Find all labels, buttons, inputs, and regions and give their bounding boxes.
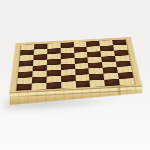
square-h1 (119, 78, 135, 85)
square-f1 (90, 80, 105, 87)
square-c1 (46, 82, 61, 89)
square-b1 (31, 83, 46, 90)
board-grid (15, 39, 136, 91)
box-clasp-mark (118, 87, 120, 96)
square-d1 (61, 81, 76, 88)
square-g1 (104, 79, 120, 86)
photo-background (0, 0, 150, 150)
board-top-surface (10, 37, 142, 94)
chessboard (0, 0, 150, 150)
square-a1 (16, 84, 31, 91)
board-perspective-scene (10, 0, 139, 128)
square-e1 (75, 81, 90, 88)
